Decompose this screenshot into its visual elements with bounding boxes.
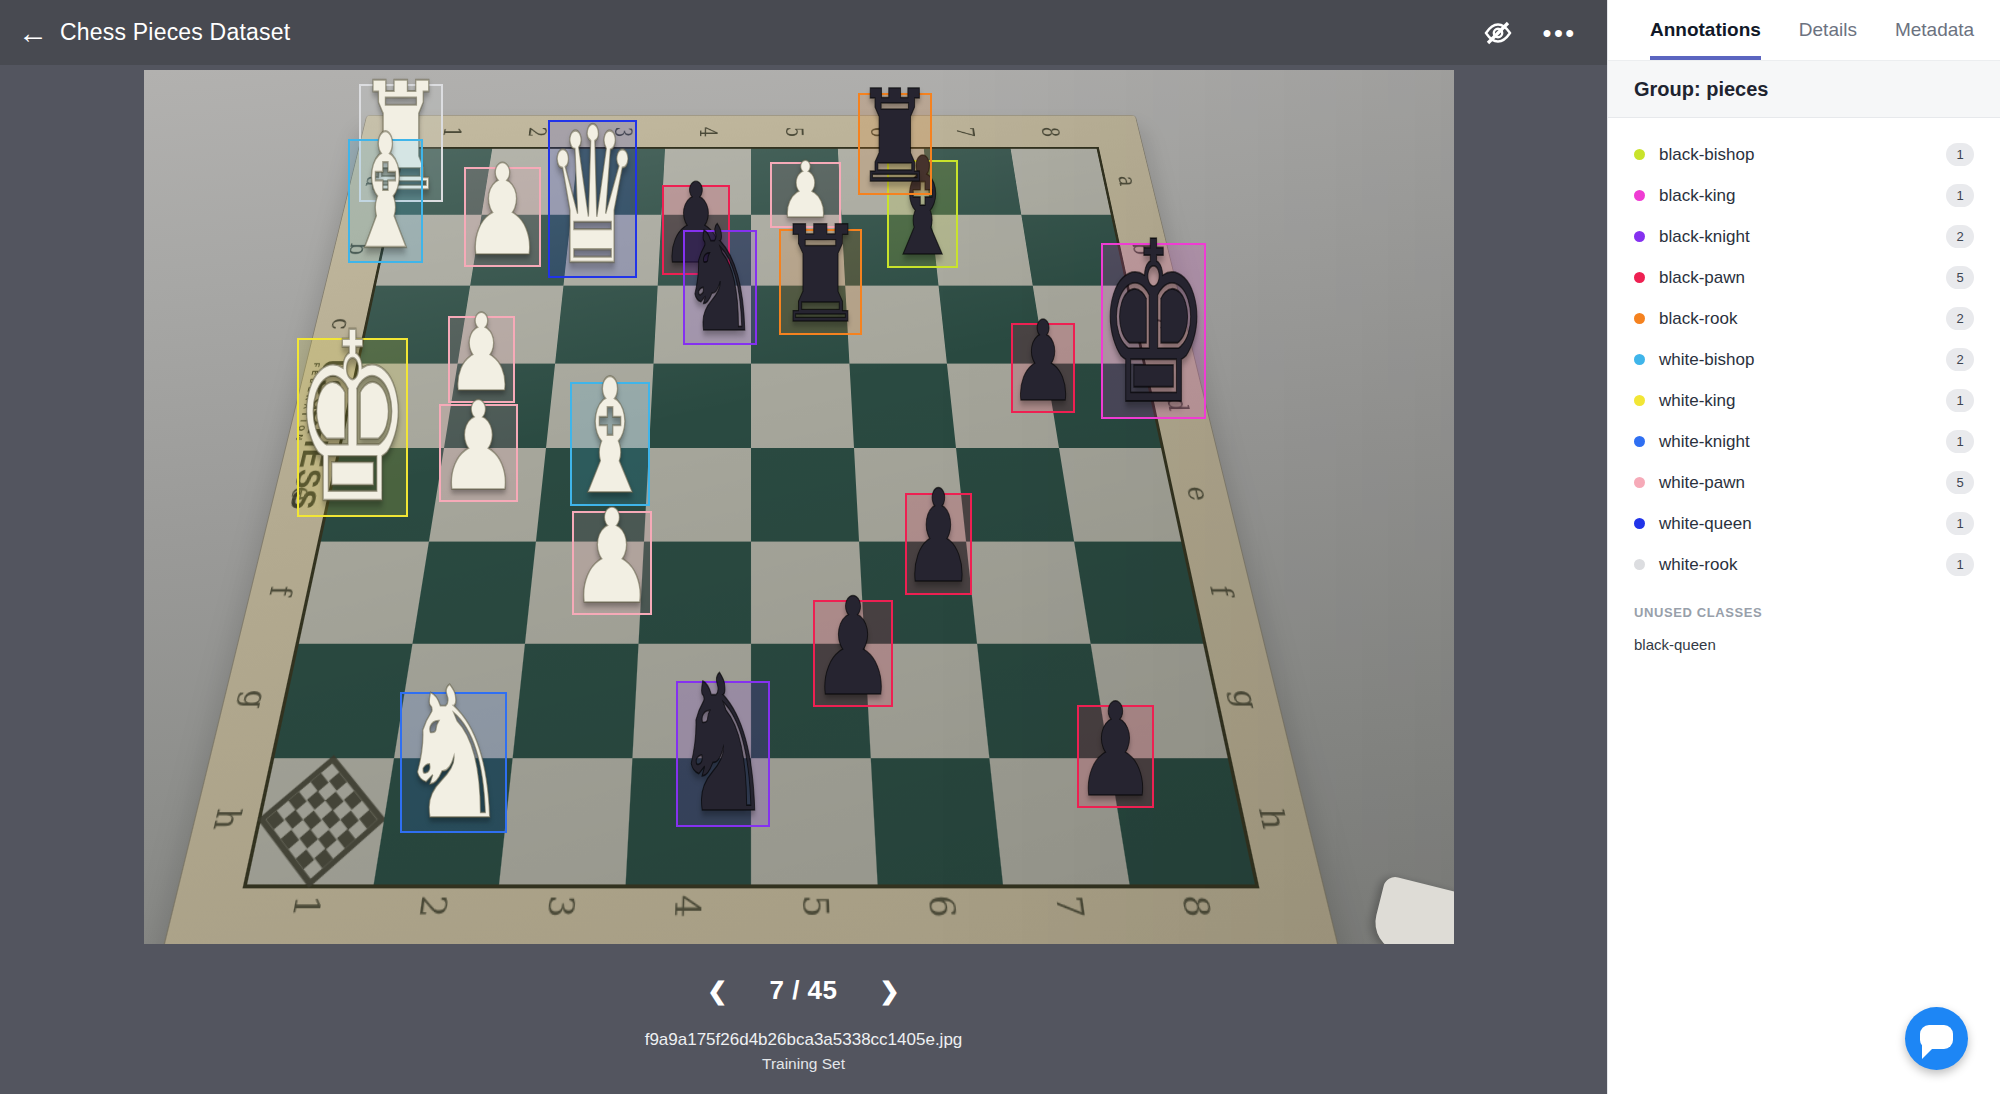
class-color-dot [1634,395,1645,406]
image-counter: 7 / 45 [769,975,837,1006]
class-count-badge: 2 [1946,225,1974,248]
class-count-badge: 2 [1946,348,1974,371]
white-pawn-piece: ♟ [462,160,543,267]
annotation-white-king-e1[interactable]: ♚ [297,338,408,517]
annotation-black-rook-c5[interactable]: ♜ [779,229,862,335]
class-count-badge: 5 [1946,266,1974,289]
class-row-black-king[interactable]: black-king1 [1634,175,1974,216]
class-color-dot [1634,272,1645,283]
annotation-white-bishop-b1[interactable]: ♝ [348,139,423,263]
class-color-dot [1634,190,1645,201]
next-image-button[interactable]: ❯ [880,977,900,1005]
class-row-white-king[interactable]: white-king1 [1634,380,1974,421]
black-king-piece: ♚ [1098,234,1209,422]
tab-details[interactable]: Details [1799,0,1857,60]
annotation-white-pawn-f3[interactable]: ♟ [572,511,652,615]
annotation-black-rook-a6[interactable]: ♜ [858,93,932,195]
dataset-split-label: Training Set [0,1055,1607,1073]
annotation-black-pawn-f6[interactable]: ♟ [905,493,972,595]
hide-annotations-eye-off-icon[interactable] [1481,16,1515,50]
annotation-black-pawn-h7[interactable]: ♟ [1077,705,1154,808]
class-count-badge: 5 [1946,471,1974,494]
annotations-sidebar: AnnotationsDetailsMetadata Group: pieces… [1607,0,2000,1094]
sidebar-tabs: AnnotationsDetailsMetadata [1608,0,2000,60]
class-color-dot [1634,149,1645,160]
black-pawn-piece: ♟ [811,592,896,707]
class-color-dot [1634,313,1645,324]
page-title: Chess Pieces Dataset [60,19,290,46]
class-label: black-king [1659,186,1946,206]
annotation-black-pawn-g5[interactable]: ♟ [813,600,893,707]
class-count-badge: 1 [1946,184,1974,207]
annotation-white-pawn-b2[interactable]: ♟ [464,167,541,267]
top-bar: ← Chess Pieces Dataset ••• [0,0,1607,65]
class-color-dot [1634,559,1645,570]
group-title: Group: pieces [1608,60,2000,118]
class-row-white-queen[interactable]: white-queen1 [1634,503,1974,544]
white-pawn-piece: ♟ [570,504,655,615]
black-rook-piece: ♜ [856,86,934,195]
class-row-black-pawn[interactable]: black-pawn5 [1634,257,1974,298]
image-filename: f9a9a175f26d4b26bca3a5338cc1405e.jpg [0,1030,1607,1050]
black-pawn-piece: ♟ [903,486,974,596]
class-color-dot [1634,518,1645,529]
chat-widget-button[interactable] [1905,1007,1968,1070]
class-label: black-knight [1659,227,1946,247]
class-count-badge: 2 [1946,307,1974,330]
image-canvas: US CHESS FEDERATION 1122334455667788aabb… [0,65,1607,1094]
white-king-piece: ♚ [294,323,411,521]
class-color-dot [1634,354,1645,365]
tab-metadata[interactable]: Metadata [1895,0,1974,60]
class-label: black-rook [1659,309,1946,329]
unused-classes-heading: UNUSED CLASSES [1608,585,2000,620]
white-bishop-piece: ♝ [346,129,425,264]
previous-image-button[interactable]: ❮ [707,977,727,1005]
black-knight-piece: ♞ [681,221,759,346]
back-arrow-icon[interactable]: ← [18,16,56,50]
black-rook-piece: ♜ [777,221,864,335]
annotation-white-pawn-e2[interactable]: ♟ [439,404,518,502]
bounding-box-layer: ♜♝♟♛♟♟♝♜♞♜♟♟♚♚♟♝♟♟♟♞♞♟ [144,70,1454,944]
class-count-badge: 1 [1946,512,1974,535]
annotation-black-knight-h4[interactable]: ♞ [676,681,770,827]
class-count-badge: 1 [1946,553,1974,576]
image-navigation: ❮ 7 / 45 ❯ [0,975,1607,1006]
class-count-badge: 1 [1946,430,1974,453]
unused-class-item: black-queen [1608,620,2000,653]
class-color-dot [1634,231,1645,242]
class-count-badge: 1 [1946,389,1974,412]
class-color-dot [1634,477,1645,488]
black-pawn-piece: ♟ [1075,698,1156,808]
white-pawn-piece: ♟ [438,397,519,502]
class-row-white-knight[interactable]: white-knight1 [1634,421,1974,462]
class-row-black-knight[interactable]: black-knight2 [1634,216,1974,257]
annotation-white-queen-b3[interactable]: ♛ [548,120,637,278]
class-label: white-pawn [1659,473,1946,493]
white-queen-piece: ♛ [545,120,639,280]
class-label: black-pawn [1659,268,1946,288]
class-row-black-rook[interactable]: black-rook2 [1634,298,1974,339]
annotation-black-king-d8[interactable]: ♚ [1101,243,1206,419]
class-color-dot [1634,436,1645,447]
class-label: black-bishop [1659,145,1946,165]
class-label: white-bishop [1659,350,1946,370]
class-label: white-knight [1659,432,1946,452]
class-label: white-rook [1659,555,1946,575]
class-row-white-rook[interactable]: white-rook1 [1634,544,1974,585]
class-count-badge: 1 [1946,143,1974,166]
tab-annotations[interactable]: Annotations [1650,0,1761,60]
class-label: white-king [1659,391,1946,411]
white-knight-piece: ♞ [397,680,510,833]
class-row-white-bishop[interactable]: white-bishop2 [1634,339,1974,380]
class-list: black-bishop1black-king1black-knight2bla… [1608,118,2000,585]
annotation-black-pawn-d7[interactable]: ♟ [1011,323,1075,413]
black-knight-piece: ♞ [673,669,772,829]
class-label: white-queen [1659,514,1946,534]
annotated-image: US CHESS FEDERATION 1122334455667788aabb… [144,70,1454,944]
annotation-black-knight-c4[interactable]: ♞ [683,230,757,345]
annotation-white-knight-h2[interactable]: ♞ [400,692,507,833]
more-options-ellipsis-icon[interactable]: ••• [1543,19,1577,47]
class-row-white-pawn[interactable]: white-pawn5 [1634,462,1974,503]
class-row-black-bishop[interactable]: black-bishop1 [1634,134,1974,175]
black-pawn-piece: ♟ [1009,317,1077,412]
